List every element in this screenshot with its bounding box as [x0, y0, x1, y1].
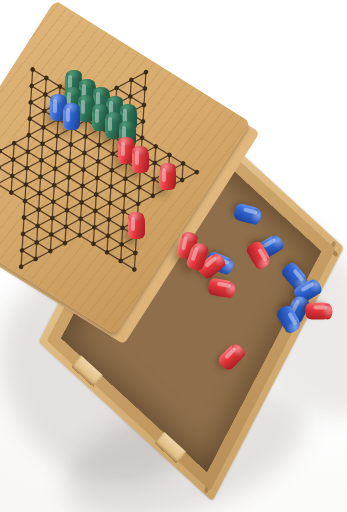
- red-peg[interactable]: [207, 277, 236, 298]
- blue-peg[interactable]: [63, 104, 80, 130]
- peg-highlight: [131, 217, 135, 231]
- red-peg[interactable]: [128, 213, 145, 239]
- peg-highlight: [190, 247, 198, 262]
- peg-highlight: [121, 142, 125, 156]
- peg-highlight: [53, 99, 57, 113]
- peg-highlight: [81, 100, 85, 114]
- peg-highlight: [95, 109, 99, 123]
- red-peg[interactable]: [159, 164, 176, 190]
- peg-highlight: [108, 117, 112, 131]
- red-peg[interactable]: [216, 342, 246, 372]
- peg-highlight: [162, 168, 166, 182]
- red-peg[interactable]: [132, 147, 149, 173]
- red-peg[interactable]: [305, 303, 331, 320]
- blue-peg[interactable]: [232, 202, 262, 225]
- pegs-layer: [0, 0, 347, 512]
- peg-highlight: [66, 108, 70, 122]
- peg-highlight: [135, 151, 139, 165]
- product-photo-stage: [0, 0, 347, 512]
- peg-highlight: [313, 306, 327, 310]
